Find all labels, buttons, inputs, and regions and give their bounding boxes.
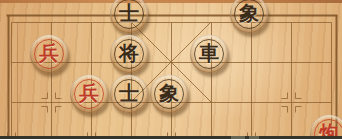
red-soldier[interactable]: 兵 — [30, 35, 68, 73]
bottom-ui-fragment — [249, 136, 259, 139]
piece-glyph: 士 — [119, 3, 139, 23]
piece-glyph: 士 — [119, 83, 139, 103]
black-general[interactable]: 将 — [110, 35, 148, 73]
bottom-ui-fragment — [231, 136, 245, 139]
black-chariot[interactable]: 車 — [190, 35, 228, 73]
screen-bottom-band — [0, 136, 342, 139]
black-advisor[interactable]: 士 — [110, 75, 148, 113]
piece-glyph: 象 — [159, 83, 179, 103]
piece-glyph: 兵 — [39, 43, 59, 63]
piece-glyph: 将 — [119, 43, 139, 63]
black-elephant[interactable]: 象 — [150, 75, 188, 113]
xiangqi-board: 士象兵将車兵士象炮 — [0, 0, 342, 139]
red-soldier[interactable]: 兵 — [70, 75, 108, 113]
piece-glyph: 兵 — [79, 83, 99, 103]
piece-glyph: 車 — [199, 43, 219, 63]
piece-glyph: 象 — [239, 3, 259, 23]
